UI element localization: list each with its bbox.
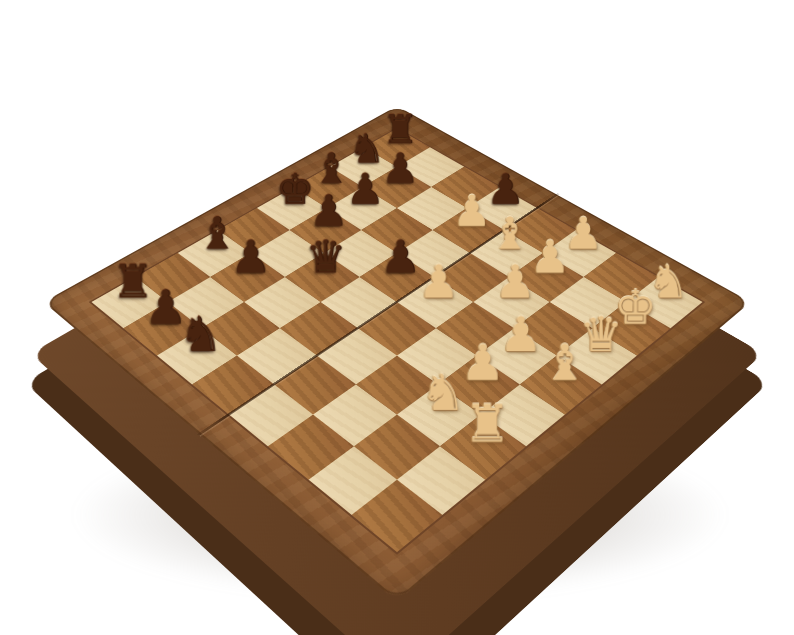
black-pawn: ♟ (303, 191, 354, 232)
square-a1 (352, 480, 443, 552)
product-photo-scene: ♜♝♚♝♞♜♟♟♟♟♟♞♛♟♟♟♟♝♟♟♟♞♟♟♜♝♛♚♞ (0, 0, 794, 635)
black-knight: ♞ (171, 312, 228, 358)
black-queen: ♛ (299, 236, 352, 279)
square-e4: ♟ (397, 277, 473, 328)
black-pawn: ♟ (224, 236, 277, 279)
white-bishop: ♝ (535, 340, 593, 387)
white-rook: ♜ (456, 400, 517, 449)
white-pawn: ♟ (488, 260, 542, 304)
white-pawn: ♟ (411, 260, 465, 304)
